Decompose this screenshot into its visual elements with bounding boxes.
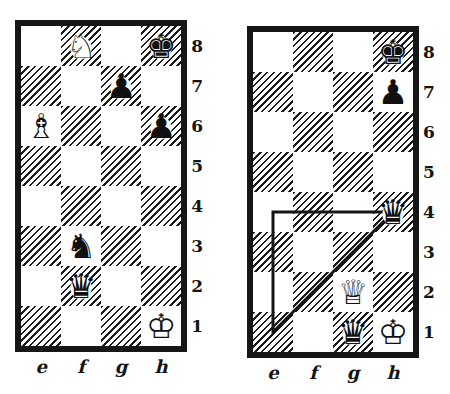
square-h8: ♚ xyxy=(141,26,181,66)
square-g2 xyxy=(101,266,141,306)
chessboard-right: ♚♟♛♕♛♔ xyxy=(247,26,419,358)
square-g1 xyxy=(101,306,141,346)
square-f6 xyxy=(61,106,101,146)
square-h8: ♚ xyxy=(373,32,413,72)
rank-labels-left: 87654321 xyxy=(191,20,203,346)
square-e6: ♗ xyxy=(21,106,61,146)
square-h2 xyxy=(141,266,181,306)
file-label-g: g xyxy=(333,362,373,383)
piece-black-pawn-g7: ♟ xyxy=(101,66,141,106)
piece-white-king-h1: ♔ xyxy=(373,312,413,352)
rank-label-3: 3 xyxy=(191,226,203,266)
square-e3 xyxy=(253,232,293,272)
chess-diagram-right: ♚♟♛♕♛♔ 87654321 efgh xyxy=(247,26,435,383)
file-label-f: f xyxy=(61,356,101,377)
file-labels-right: efgh xyxy=(253,362,435,383)
file-label-g: g xyxy=(101,356,141,377)
square-h4: ♛ xyxy=(373,192,413,232)
square-e1 xyxy=(253,312,293,352)
square-f2 xyxy=(293,272,333,312)
rank-label-1: 1 xyxy=(423,312,435,352)
square-h6 xyxy=(373,112,413,152)
piece-black-queen-h4: ♛ xyxy=(373,192,413,232)
square-e8 xyxy=(21,26,61,66)
square-g8 xyxy=(101,26,141,66)
piece-black-king-h8: ♚ xyxy=(141,26,181,66)
square-f7 xyxy=(61,66,101,106)
square-g6 xyxy=(333,112,373,152)
square-g4 xyxy=(333,192,373,232)
square-f2: ♛ xyxy=(61,266,101,306)
piece-black-pawn-h7: ♟ xyxy=(373,72,413,112)
piece-white-knight-f8: ♘ xyxy=(61,26,101,66)
square-h5 xyxy=(141,146,181,186)
square-h7: ♟ xyxy=(373,72,413,112)
square-f1 xyxy=(293,312,333,352)
file-label-h: h xyxy=(373,362,413,383)
square-e2 xyxy=(21,266,61,306)
board-row-right: ♚♟♛♕♛♔ 87654321 xyxy=(247,26,435,358)
square-f6 xyxy=(293,112,333,152)
square-e4 xyxy=(21,186,61,226)
piece-black-knight-f3: ♞ xyxy=(61,226,101,266)
square-g5 xyxy=(101,146,141,186)
rank-labels-right: 87654321 xyxy=(423,26,435,352)
square-h3 xyxy=(373,232,413,272)
square-f3: ♞ xyxy=(61,226,101,266)
rank-label-7: 7 xyxy=(423,72,435,112)
square-g8 xyxy=(333,32,373,72)
square-f5 xyxy=(293,152,333,192)
square-g3 xyxy=(101,226,141,266)
square-h1: ♔ xyxy=(373,312,413,352)
rank-label-2: 2 xyxy=(191,266,203,306)
square-f4 xyxy=(293,192,333,232)
square-e4 xyxy=(253,192,293,232)
board-row-left: ♘♚♟♗♟♞♛♔ 87654321 xyxy=(15,20,203,352)
square-f3 xyxy=(293,232,333,272)
square-f5 xyxy=(61,146,101,186)
rank-label-6: 6 xyxy=(191,106,203,146)
rank-label-1: 1 xyxy=(191,306,203,346)
square-e8 xyxy=(253,32,293,72)
piece-black-queen-g1: ♛ xyxy=(333,312,373,352)
rank-label-5: 5 xyxy=(191,146,203,186)
file-label-f: f xyxy=(293,362,333,383)
square-f7 xyxy=(293,72,333,112)
square-e5 xyxy=(21,146,61,186)
rank-label-3: 3 xyxy=(423,232,435,272)
square-g2: ♕ xyxy=(333,272,373,312)
square-f8 xyxy=(293,32,333,72)
chess-diagram-left: ♘♚♟♗♟♞♛♔ 87654321 efgh xyxy=(15,20,203,377)
rank-label-8: 8 xyxy=(191,26,203,66)
square-e7 xyxy=(21,66,61,106)
square-e6 xyxy=(253,112,293,152)
book-page: ♘♚♟♗♟♞♛♔ 87654321 efgh ♚♟♛♕♛♔ 87654321 e… xyxy=(0,0,450,394)
square-g7 xyxy=(333,72,373,112)
square-h3 xyxy=(141,226,181,266)
rank-label-4: 4 xyxy=(423,192,435,232)
square-f8: ♘ xyxy=(61,26,101,66)
file-labels-left: efgh xyxy=(21,356,203,377)
square-e2 xyxy=(253,272,293,312)
file-label-e: e xyxy=(21,356,61,377)
square-g5 xyxy=(333,152,373,192)
square-f1 xyxy=(61,306,101,346)
rank-label-4: 4 xyxy=(191,186,203,226)
rank-label-7: 7 xyxy=(191,66,203,106)
square-g1: ♛ xyxy=(333,312,373,352)
piece-white-king-h1: ♔ xyxy=(141,306,181,346)
rank-label-5: 5 xyxy=(423,152,435,192)
square-g7: ♟ xyxy=(101,66,141,106)
file-label-e: e xyxy=(253,362,293,383)
piece-white-queen-g2: ♕ xyxy=(333,272,373,312)
square-h5 xyxy=(373,152,413,192)
square-e3 xyxy=(21,226,61,266)
piece-black-pawn-h6: ♟ xyxy=(141,106,181,146)
piece-white-bishop-e6: ♗ xyxy=(21,106,61,146)
square-g3 xyxy=(333,232,373,272)
square-h1: ♔ xyxy=(141,306,181,346)
square-h6: ♟ xyxy=(141,106,181,146)
rank-label-6: 6 xyxy=(423,112,435,152)
square-e7 xyxy=(253,72,293,112)
rank-label-2: 2 xyxy=(423,272,435,312)
square-h7 xyxy=(141,66,181,106)
piece-black-king-h8: ♚ xyxy=(373,32,413,72)
chessboard-left: ♘♚♟♗♟♞♛♔ xyxy=(15,20,187,352)
file-label-h: h xyxy=(141,356,181,377)
rank-label-8: 8 xyxy=(423,32,435,72)
square-h4 xyxy=(141,186,181,226)
square-e5 xyxy=(253,152,293,192)
square-g6 xyxy=(101,106,141,146)
square-e1 xyxy=(21,306,61,346)
piece-black-queen-f2: ♛ xyxy=(61,266,101,306)
square-f4 xyxy=(61,186,101,226)
square-h2 xyxy=(373,272,413,312)
square-g4 xyxy=(101,186,141,226)
